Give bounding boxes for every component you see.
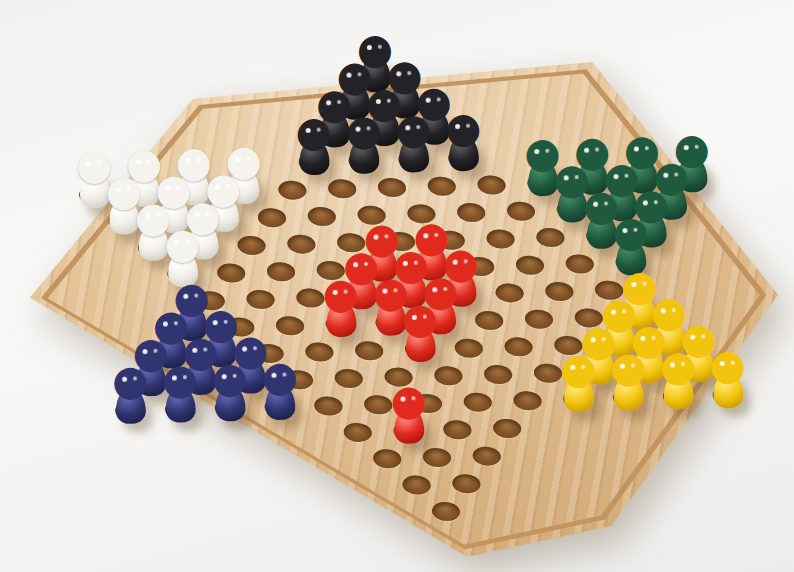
hole-r6c4[interactable] [245, 204, 299, 232]
drilled-hole [451, 474, 482, 494]
hole-r13c5[interactable] [301, 392, 355, 420]
drilled-hole [342, 423, 373, 443]
peg-head: ● [163, 227, 202, 260]
drilled-hole [401, 475, 432, 495]
hole-r10c7[interactable] [462, 306, 516, 334]
peg-head: ● [559, 352, 598, 385]
hole-r13c9[interactable] [500, 387, 554, 415]
peg-head: ● [444, 111, 483, 144]
peg-head: ● [111, 364, 150, 397]
peg-head: ● [260, 360, 299, 393]
drilled-hole [333, 369, 364, 389]
drilled-hole [286, 234, 317, 254]
drilled-hole [476, 175, 507, 195]
hole-r5c6[interactable] [315, 175, 369, 203]
peg-black[interactable]: ● [294, 118, 333, 175]
hole-r7c9[interactable] [523, 223, 577, 251]
drilled-hole [462, 392, 493, 412]
hole-r5c7[interactable] [365, 173, 419, 201]
hole-r12c8[interactable] [471, 360, 525, 388]
drilled-hole [453, 338, 484, 358]
hole-r15c3[interactable] [460, 442, 514, 470]
hole-r13c10[interactable]: ● [550, 385, 604, 413]
hole-r9c7[interactable] [482, 279, 536, 307]
hole-r13c3[interactable]: ● [202, 395, 256, 423]
peg-head: ● [609, 351, 648, 384]
hole-r12c7[interactable] [421, 362, 475, 390]
drilled-hole [265, 262, 296, 282]
hole-r13c2[interactable]: ● [152, 396, 206, 424]
hole-r9c2[interactable] [233, 285, 287, 313]
hole-r5c5[interactable] [265, 176, 319, 204]
drilled-hole [306, 207, 337, 227]
hole-r16c2[interactable] [439, 470, 493, 498]
drilled-hole [433, 366, 464, 386]
hole-r10c4[interactable]: ● [313, 310, 367, 338]
peg-yellow[interactable]: ● [609, 354, 648, 411]
peg-red[interactable]: ● [321, 280, 360, 337]
hole-r7c3[interactable] [224, 231, 278, 259]
drilled-hole [544, 282, 575, 302]
hole-r14c2[interactable]: ● [380, 417, 434, 445]
drilled-hole [274, 316, 305, 336]
drilled-hole [236, 236, 267, 256]
photo-backdrop: ●●●●●●●●●●●●●●●●●●●●●●●●●●●●●●●●●●●●●●●●… [0, 0, 794, 572]
peg-yellow[interactable]: ● [559, 355, 598, 412]
drilled-hole [245, 290, 276, 310]
drilled-hole [492, 419, 523, 439]
peg-head: ● [294, 115, 333, 148]
hole-r13c12[interactable]: ● [650, 383, 704, 411]
drilled-hole [277, 180, 308, 200]
drilled-hole [474, 311, 505, 331]
drilled-hole [376, 178, 407, 198]
peg-navy[interactable]: ● [161, 366, 200, 423]
hole-r14c1[interactable] [331, 418, 385, 446]
hole-r4c2[interactable]: ● [335, 147, 389, 175]
hole-r14c4[interactable] [480, 414, 534, 442]
hole-r6c8[interactable] [444, 198, 498, 226]
drilled-hole [512, 391, 543, 411]
drilled-hole [514, 255, 545, 275]
peg-head: ● [161, 363, 200, 396]
drilled-hole [503, 337, 534, 357]
hole-r10c3[interactable] [263, 312, 317, 340]
hole-r11c4[interactable] [292, 338, 346, 366]
hole-r8c8[interactable] [503, 251, 557, 279]
hole-r10c8[interactable] [512, 305, 566, 333]
hole-r8c2[interactable] [204, 259, 258, 287]
peg-red[interactable]: ● [401, 305, 440, 362]
hole-r8c9[interactable] [553, 250, 607, 278]
hole-r7c8[interactable] [473, 225, 527, 253]
hole-r4c4[interactable]: ● [435, 144, 489, 172]
hole-r11c6[interactable]: ● [392, 335, 446, 363]
peg-navy[interactable]: ● [210, 365, 249, 422]
drilled-hole [327, 179, 358, 199]
hole-r14c3[interactable] [430, 416, 484, 444]
peg-yellow[interactable]: ● [708, 351, 747, 408]
hole-r11c5[interactable] [342, 337, 396, 365]
hole-r4c3[interactable]: ● [385, 146, 439, 174]
hole-r5c8[interactable] [415, 172, 469, 200]
hole-r15c1[interactable] [360, 445, 414, 473]
peg-head: ● [659, 350, 698, 383]
hole-r15c2[interactable] [410, 443, 464, 471]
peg-head: ● [401, 302, 440, 335]
hole-r13c13[interactable]: ● [700, 381, 754, 409]
hole-r13c4[interactable]: ● [251, 393, 305, 421]
hole-r9c8[interactable] [532, 277, 586, 305]
peg-head: ● [389, 384, 428, 417]
peg-navy[interactable]: ● [111, 367, 150, 424]
hole-r6c5[interactable] [295, 202, 349, 230]
drilled-hole [421, 448, 452, 468]
hole-r13c11[interactable]: ● [600, 384, 654, 412]
drilled-hole [256, 208, 287, 228]
hole-r13c1[interactable]: ● [102, 397, 156, 425]
hole-r6c9[interactable] [494, 197, 548, 225]
drilled-hole [354, 341, 385, 361]
drilled-hole [523, 309, 554, 329]
drilled-hole [535, 228, 566, 248]
hole-r13c8[interactable] [451, 388, 505, 416]
hole-r17c1[interactable] [419, 497, 473, 525]
drilled-hole [494, 283, 525, 303]
drilled-hole [216, 263, 247, 283]
drilled-hole [430, 502, 461, 522]
hole-r11c7[interactable] [442, 334, 496, 362]
drilled-hole [483, 365, 514, 385]
peg-head: ● [344, 114, 383, 147]
hole-r5c9[interactable] [464, 171, 518, 199]
peg-navy[interactable]: ● [260, 363, 299, 420]
drilled-hole [485, 229, 516, 249]
drilled-hole [456, 203, 487, 223]
drilled-hole [372, 449, 403, 469]
drilled-hole [442, 420, 473, 440]
drilled-hole [564, 254, 595, 274]
peg-head: ● [321, 277, 360, 310]
drilled-hole [304, 342, 335, 362]
peg-black[interactable]: ● [444, 114, 483, 171]
peg-head: ● [611, 215, 650, 248]
peg-head: ● [708, 348, 747, 381]
star-grid: ●●●●●●●●●●●●●●●●●●●●●●●●●●●●●●●●●●●●●●●●… [48, 58, 772, 534]
peg-red[interactable]: ● [389, 387, 428, 444]
drilled-hole [426, 176, 457, 196]
hole-r12c5[interactable] [322, 364, 376, 392]
peg-black[interactable]: ● [344, 117, 383, 174]
peg-black[interactable]: ● [394, 116, 433, 173]
hole-r8c3[interactable] [254, 258, 308, 286]
drilled-hole [471, 446, 502, 466]
peg-yellow[interactable]: ● [659, 353, 698, 410]
peg-head: ● [210, 361, 249, 394]
hole-r7c4[interactable] [274, 230, 328, 258]
drilled-hole [313, 396, 344, 416]
peg-head: ● [394, 113, 433, 146]
drilled-hole [505, 201, 536, 221]
hole-r4c1[interactable]: ● [286, 148, 340, 176]
hole-r11c8[interactable] [491, 333, 545, 361]
hole-r16c1[interactable] [389, 471, 443, 499]
